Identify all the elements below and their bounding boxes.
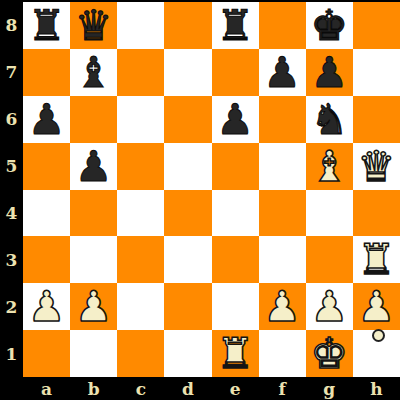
square-b3[interactable] (70, 236, 117, 283)
square-f6[interactable] (259, 96, 306, 143)
file-labels: abcdefgh (23, 377, 400, 400)
black-rook-a8[interactable]: ♜ (28, 2, 66, 49)
square-c4[interactable] (117, 190, 164, 237)
square-d2[interactable] (164, 283, 211, 330)
square-c3[interactable] (117, 236, 164, 283)
black-rook-e8[interactable]: ♜ (216, 2, 254, 49)
square-b7[interactable]: ♝ (70, 49, 117, 96)
file-label-a: a (23, 377, 70, 400)
square-b2[interactable]: ♟ (70, 283, 117, 330)
square-g8[interactable]: ♚ (306, 2, 353, 49)
black-queen-b8[interactable]: ♛ (75, 2, 113, 49)
white-pawn-f2[interactable]: ♟ (263, 283, 301, 330)
square-b6[interactable] (70, 96, 117, 143)
square-b8[interactable]: ♛ (70, 2, 117, 49)
square-f1[interactable] (259, 330, 306, 377)
square-e4[interactable] (212, 190, 259, 237)
file-label-h: h (353, 377, 400, 400)
file-label-c: c (117, 377, 164, 400)
square-d8[interactable] (164, 2, 211, 49)
square-e6[interactable]: ♟ (212, 96, 259, 143)
white-bishop-g5[interactable]: ♝ (310, 143, 348, 190)
white-queen-h5[interactable]: ♛ (358, 143, 396, 190)
square-c6[interactable] (117, 96, 164, 143)
black-pawn-g7[interactable]: ♟ (310, 49, 348, 96)
rank-labels: 87654321 (0, 2, 23, 377)
square-g3[interactable] (306, 236, 353, 283)
rank-label-7: 7 (0, 49, 23, 96)
square-c2[interactable] (117, 283, 164, 330)
square-h7[interactable] (353, 49, 400, 96)
file-label-d: d (164, 377, 211, 400)
square-f4[interactable] (259, 190, 306, 237)
square-e1[interactable]: ♜ (212, 330, 259, 377)
square-e5[interactable] (212, 143, 259, 190)
square-c1[interactable] (117, 330, 164, 377)
white-rook-e1[interactable]: ♜ (216, 330, 254, 377)
square-g7[interactable]: ♟ (306, 49, 353, 96)
black-king-g8[interactable]: ♚ (310, 2, 348, 49)
black-knight-g6[interactable]: ♞ (310, 96, 348, 143)
square-g6[interactable]: ♞ (306, 96, 353, 143)
square-a1[interactable] (23, 330, 70, 377)
file-label-g: g (306, 377, 353, 400)
square-h3[interactable]: ♜ (353, 236, 400, 283)
square-a5[interactable] (23, 143, 70, 190)
black-pawn-e6[interactable]: ♟ (216, 96, 254, 143)
square-f2[interactable]: ♟ (259, 283, 306, 330)
square-g1[interactable]: ♚ (306, 330, 353, 377)
square-a4[interactable] (23, 190, 70, 237)
square-b4[interactable] (70, 190, 117, 237)
square-h5[interactable]: ♛ (353, 143, 400, 190)
rank-label-4: 4 (0, 190, 23, 237)
square-e3[interactable] (212, 236, 259, 283)
square-c7[interactable] (117, 49, 164, 96)
square-g2[interactable]: ♟ (306, 283, 353, 330)
square-d6[interactable] (164, 96, 211, 143)
square-f3[interactable] (259, 236, 306, 283)
black-pawn-b5[interactable]: ♟ (75, 143, 113, 190)
white-pawn-h2[interactable]: ♟ (358, 283, 396, 330)
square-f7[interactable]: ♟ (259, 49, 306, 96)
file-label-f: f (259, 377, 306, 400)
square-c5[interactable] (117, 143, 164, 190)
square-b5[interactable]: ♟ (70, 143, 117, 190)
black-bishop-b7[interactable]: ♝ (75, 49, 113, 96)
white-pawn-a2[interactable]: ♟ (28, 283, 66, 330)
square-e2[interactable] (212, 283, 259, 330)
file-label-b: b (70, 377, 117, 400)
square-d7[interactable] (164, 49, 211, 96)
square-f8[interactable] (259, 2, 306, 49)
rank-label-2: 2 (0, 283, 23, 330)
square-a2[interactable]: ♟ (23, 283, 70, 330)
square-d1[interactable] (164, 330, 211, 377)
square-e8[interactable]: ♜ (212, 2, 259, 49)
chess-board-frame: 87654321 ♜♛♜♚♝♟♟♟♟♞♟♝♛♜♟♟♟♟♟♜♚ abcdefgh (0, 0, 400, 400)
square-a3[interactable] (23, 236, 70, 283)
square-h4[interactable] (353, 190, 400, 237)
square-h2[interactable]: ♟ (353, 283, 400, 330)
white-pawn-g2[interactable]: ♟ (310, 283, 348, 330)
square-d3[interactable] (164, 236, 211, 283)
square-h6[interactable] (353, 96, 400, 143)
white-pawn-b2[interactable]: ♟ (75, 283, 113, 330)
file-label-e: e (212, 377, 259, 400)
black-pawn-a6[interactable]: ♟ (28, 96, 66, 143)
square-e7[interactable] (212, 49, 259, 96)
black-pawn-f7[interactable]: ♟ (263, 49, 301, 96)
rank-label-1: 1 (0, 330, 23, 377)
square-b1[interactable] (70, 330, 117, 377)
square-c8[interactable] (117, 2, 164, 49)
square-g4[interactable] (306, 190, 353, 237)
white-to-move-indicator (372, 329, 385, 342)
chess-board[interactable]: ♜♛♜♚♝♟♟♟♟♞♟♝♛♜♟♟♟♟♟♜♚ (23, 2, 400, 377)
square-d4[interactable] (164, 190, 211, 237)
square-f5[interactable] (259, 143, 306, 190)
white-rook-h3[interactable]: ♜ (358, 236, 396, 283)
square-a8[interactable]: ♜ (23, 2, 70, 49)
square-d5[interactable] (164, 143, 211, 190)
rank-label-6: 6 (0, 96, 23, 143)
square-a7[interactable] (23, 49, 70, 96)
rank-label-3: 3 (0, 236, 23, 283)
rank-label-8: 8 (0, 2, 23, 49)
white-king-g1[interactable]: ♚ (310, 330, 348, 377)
square-g5[interactable]: ♝ (306, 143, 353, 190)
square-a6[interactable]: ♟ (23, 96, 70, 143)
rank-label-5: 5 (0, 143, 23, 190)
square-h8[interactable] (353, 2, 400, 49)
